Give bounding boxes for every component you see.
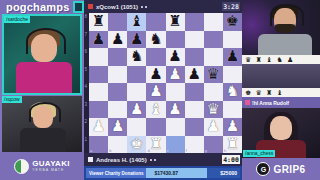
square-e3[interactable]: ♟ (166, 101, 185, 119)
square-h2[interactable]: ♟ (223, 118, 242, 136)
square-a1[interactable]: a (89, 136, 108, 154)
square-b8[interactable] (108, 13, 127, 31)
file-label-h: h (224, 149, 226, 153)
square-c3[interactable]: ♟ (127, 101, 146, 119)
file-label-f: f (186, 149, 187, 153)
piece-white-knight[interactable]: ♞ (223, 83, 242, 101)
square-g5[interactable]: ♛ (204, 66, 223, 84)
piece-black-rook[interactable]: ♜ (89, 13, 108, 31)
piece-white-queen[interactable]: ♛ (204, 101, 223, 119)
piece-white-pawn[interactable]: ♟ (146, 83, 165, 101)
square-c8[interactable]: ♝ (127, 13, 146, 31)
piece-white-pawn[interactable]: ♟ (223, 118, 242, 136)
bottom-player-bar: Andreas H. (1405) 4:00 (84, 153, 242, 166)
square-c1[interactable]: ♚c (127, 136, 146, 154)
square-e8[interactable]: ♜ (166, 13, 185, 31)
square-f2[interactable] (185, 118, 204, 136)
bottom-player-status-dots (150, 159, 156, 161)
jacket-shape (20, 128, 66, 152)
guayaki-name: GUAYAKI (32, 160, 70, 168)
donation-goal: $25000 (220, 168, 237, 178)
webcam-sardoche-label: /sardoche (4, 16, 30, 23)
square-h6[interactable]: ♟ (223, 48, 242, 66)
file-label-d: d (147, 149, 149, 153)
board-squares[interactable]: ♜♝♜♚♟♟♟♞♞♟♟♟♟♟♛♟♞♟♝♟♛♟♟♟♟ab♚c♜defg♜h (89, 13, 242, 153)
emote-icon (245, 100, 250, 105)
square-g3[interactable]: ♛ (204, 101, 223, 119)
highlight-command-text: !hl Anna Rudolf (252, 100, 289, 106)
piece-black-king[interactable]: ♚ (223, 13, 242, 31)
captured-pieces-bottom-icons: ♚ ♛ ♜ ♝ (245, 89, 284, 97)
piece-white-pawn[interactable]: ♟ (89, 118, 108, 136)
piece-white-pawn[interactable]: ♟ (127, 101, 146, 119)
square-g1[interactable]: g (204, 136, 223, 154)
webcam-xqcow: /xqcow (2, 96, 82, 152)
square-a3[interactable] (89, 101, 108, 119)
square-e7[interactable] (166, 31, 185, 49)
square-d2[interactable] (146, 118, 165, 136)
piece-white-pawn[interactable]: ♟ (166, 101, 185, 119)
piece-white-pawn[interactable]: ♟ (166, 66, 185, 84)
square-b5[interactable] (108, 66, 127, 84)
donation-ticker: Viewer Charity Donations $17430.87 $2500… (84, 166, 242, 180)
rank-label-8: 8 (85, 14, 88, 19)
file-label-b: b (109, 149, 111, 153)
right-panel-divider (242, 64, 320, 88)
grip6-name: GRIP6 (273, 164, 305, 175)
square-g2[interactable]: ♟ (204, 118, 223, 136)
square-h8[interactable]: ♚ (223, 13, 242, 31)
headphones-shape (29, 102, 61, 122)
square-b6[interactable] (108, 48, 127, 66)
square-f1[interactable]: f (185, 136, 204, 154)
rank-label-4: 4 (85, 84, 88, 89)
piece-black-rook[interactable]: ♜ (166, 13, 185, 31)
top-player-clock: 3:28 (222, 2, 240, 11)
rank-label-7: 7 (85, 32, 88, 37)
square-c5[interactable] (127, 66, 146, 84)
piece-black-bishop[interactable]: ♝ (127, 13, 146, 31)
square-d4[interactable]: ♟ (146, 83, 165, 101)
file-label-e: e (167, 149, 169, 153)
webcam-anna-label: /anna_chess (243, 150, 275, 157)
top-player-status-dots (141, 6, 147, 8)
square-f4[interactable] (185, 83, 204, 101)
square-h1[interactable]: ♜h (223, 136, 242, 154)
captured-pieces-bottom: ♚ ♛ ♜ ♝ (242, 88, 320, 97)
file-label-a: a (90, 149, 92, 153)
shirt-shape (258, 34, 312, 55)
square-h4[interactable]: ♞ (223, 83, 242, 101)
top-player-bar: xQcow1 (1051) 3:28 (84, 0, 242, 13)
piece-black-pawn[interactable]: ♟ (89, 31, 108, 49)
square-c2[interactable] (127, 118, 146, 136)
stream-frame: pogchamps /sardoche /xqcow GUAYAKI YERBA… (0, 0, 320, 180)
bottom-player-name: Andreas H. (1405) (96, 157, 147, 163)
shirt-shape (16, 62, 72, 95)
square-f7[interactable] (185, 31, 204, 49)
piece-black-knight[interactable]: ♞ (146, 31, 165, 49)
square-b2[interactable]: ♟ (108, 118, 127, 136)
donation-progress-bar: $17430.87 $25000 (146, 168, 240, 178)
piece-black-knight[interactable]: ♞ (127, 48, 146, 66)
square-a4[interactable] (89, 83, 108, 101)
rank-label-5: 5 (85, 67, 88, 72)
chess-board: 87654321 ♜♝♜♚♟♟♟♞♞♟♟♟♟♟♛♟♞♟♝♟♛♟♟♟♟ab♚c♜d… (84, 13, 242, 153)
square-h3[interactable] (223, 101, 242, 119)
grip6-emblem-icon: G (256, 162, 270, 176)
top-player-icon (88, 4, 93, 9)
square-b1[interactable]: b (108, 136, 127, 154)
square-a8[interactable]: ♜ (89, 13, 108, 31)
rank-label-1: 1 (85, 137, 88, 142)
rank-label-3: 3 (85, 102, 88, 107)
square-d1[interactable]: ♜d (146, 136, 165, 154)
guayaki-sub: YERBA MATE (32, 168, 70, 172)
square-d6[interactable] (146, 48, 165, 66)
square-g6[interactable] (204, 48, 223, 66)
piece-black-pawn[interactable]: ♟ (166, 48, 185, 66)
square-e5[interactable]: ♟ (166, 66, 185, 84)
guayaki-emblem-icon (14, 159, 29, 174)
square-f8[interactable] (185, 13, 204, 31)
face-shape (270, 116, 292, 140)
piece-black-pawn[interactable]: ♟ (185, 66, 204, 84)
file-label-c: c (128, 149, 130, 153)
piece-white-pawn[interactable]: ♟ (108, 118, 127, 136)
piece-black-pawn[interactable]: ♟ (108, 31, 127, 49)
square-b3[interactable] (108, 101, 127, 119)
piece-black-pawn[interactable]: ♟ (127, 31, 146, 49)
square-e6[interactable]: ♟ (166, 48, 185, 66)
square-d7[interactable]: ♞ (146, 31, 165, 49)
rank-label-6: 6 (85, 49, 88, 54)
square-h7[interactable] (223, 31, 242, 49)
webcam-anna: /anna_chess (242, 108, 320, 158)
donation-label: Viewer Charity Donations (86, 168, 146, 178)
square-h5[interactable] (223, 66, 242, 84)
piece-white-pawn[interactable]: ♟ (204, 118, 223, 136)
square-b7[interactable]: ♟ (108, 31, 127, 49)
bottom-player-icon (88, 157, 93, 162)
pogchamps-logo-band: pogchamps (0, 0, 84, 14)
square-d5[interactable]: ♟ (146, 66, 165, 84)
headphones-shape (270, 4, 304, 26)
square-e4[interactable] (166, 83, 185, 101)
top-player-name: xQcow1 (1051) (96, 4, 138, 10)
square-b4[interactable] (108, 83, 127, 101)
webcam-commentator (242, 0, 320, 55)
captured-pieces-top: ♛ ♜ ♝ ♞ ♟ (242, 55, 320, 64)
square-g4[interactable] (204, 83, 223, 101)
square-a7[interactable]: ♟ (89, 31, 108, 49)
headphones-shape (26, 28, 66, 54)
file-label-g: g (205, 149, 207, 153)
piece-white-bishop[interactable]: ♝ (146, 101, 165, 119)
donation-current: $17430.87 (154, 168, 178, 178)
square-g7[interactable] (204, 31, 223, 49)
square-f5[interactable]: ♟ (185, 66, 204, 84)
square-f3[interactable] (185, 101, 204, 119)
square-a5[interactable] (89, 66, 108, 84)
sponsor-guayaki: GUAYAKI YERBA MATE (0, 152, 84, 180)
square-a6[interactable] (89, 48, 108, 66)
square-c6[interactable]: ♞ (127, 48, 146, 66)
captured-pieces-top-icons: ♛ ♜ ♝ ♞ ♟ (245, 56, 294, 64)
webcam-sardoche: /sardoche (2, 14, 82, 95)
piece-black-pawn[interactable]: ♟ (223, 48, 242, 66)
square-d8[interactable] (146, 13, 165, 31)
square-a2[interactable]: ♟ (89, 118, 108, 136)
pogchamps-logo-icon (73, 1, 84, 13)
rank-label-2: 2 (85, 119, 88, 124)
piece-black-pawn[interactable]: ♟ (146, 66, 165, 84)
square-e2[interactable] (166, 118, 185, 136)
webcam-xqcow-label: /xqcow (2, 96, 22, 103)
highlight-command-band: !hl Anna Rudolf (242, 97, 320, 108)
sponsor-grip6: G GRIP6 (242, 158, 320, 180)
square-f6[interactable] (185, 48, 204, 66)
square-c7[interactable]: ♟ (127, 31, 146, 49)
bottom-player-clock: 4:00 (222, 155, 240, 164)
pogchamps-logo: pogchamps (6, 1, 70, 13)
piece-black-queen[interactable]: ♛ (204, 66, 223, 84)
square-e1[interactable]: e (166, 136, 185, 154)
square-d3[interactable]: ♝ (146, 101, 165, 119)
square-g8[interactable] (204, 13, 223, 31)
square-c4[interactable] (127, 83, 146, 101)
